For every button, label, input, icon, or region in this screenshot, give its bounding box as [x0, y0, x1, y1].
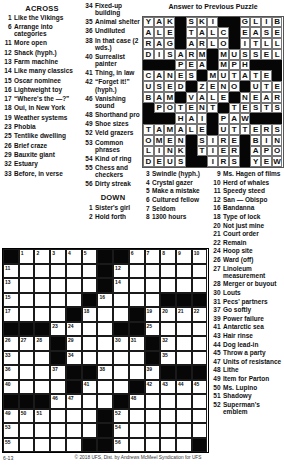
grid-cell[interactable] [113, 380, 129, 395]
grid-cell[interactable] [50, 438, 66, 453]
clue-text: Estuary [14, 160, 82, 167]
answer-letter-cell: U [218, 70, 229, 81]
answer-black-cell [229, 38, 240, 49]
grid-cell[interactable]: 35 [160, 351, 176, 366]
grid-cell[interactable]: 55 [3, 438, 19, 453]
answer-black-cell [186, 81, 197, 92]
grid-cell[interactable] [97, 394, 113, 409]
grid-cell[interactable]: 29 [66, 336, 82, 351]
clue-number: 18 [2, 104, 14, 111]
block-cell [19, 322, 35, 337]
grid-cell[interactable] [192, 351, 208, 366]
answer-letter-cell: A [175, 49, 186, 60]
grid-cell[interactable] [145, 264, 161, 279]
answer-letter-cell: D [175, 81, 186, 92]
grid-cell[interactable]: 5 [82, 249, 98, 264]
grid-cell[interactable] [82, 336, 98, 351]
grid-cell[interactable] [160, 423, 176, 438]
answer-letter-cell: E [261, 49, 272, 60]
grid-cell[interactable] [34, 351, 50, 366]
grid-cell[interactable] [19, 365, 35, 380]
grid-cell[interactable] [145, 394, 161, 409]
clue-item: 49Shoe sizes [85, 120, 141, 127]
grid-cell[interactable] [113, 307, 129, 322]
grid-cell[interactable]: 21 [176, 307, 192, 322]
grid-cell[interactable]: 45 [192, 380, 208, 395]
grid-cell[interactable]: 31 [129, 336, 145, 351]
cell-number: 10 [194, 250, 200, 256]
clue-text: Undiluted [95, 27, 141, 34]
grid-cell[interactable]: 9 [176, 249, 192, 264]
cell-number: 50 [21, 410, 27, 416]
answer-letter-cell: M [164, 124, 175, 135]
grid-cell[interactable] [19, 278, 35, 293]
clue-number: 23 [2, 123, 14, 130]
answer-letter-cell: A [154, 70, 165, 81]
grid-cell[interactable]: 27 [19, 336, 35, 351]
answer-letter-cell: A [197, 27, 208, 38]
answer-letter-cell: T [229, 70, 240, 81]
answer-black-cell [143, 60, 154, 71]
clue-item: 6Arrange into categories [2, 23, 82, 38]
clue-item: 34Fixed-up building [85, 2, 141, 17]
cell-number: 47 [68, 395, 74, 401]
clue-item: 47Units of resistance [211, 358, 284, 365]
clue-number: 40 [85, 53, 95, 68]
cell-number: 32 [162, 337, 168, 343]
clue-text: Bauxite giant [14, 151, 82, 158]
grid-cell[interactable] [66, 293, 82, 308]
grid-cell[interactable] [50, 278, 66, 293]
grid-cell[interactable]: 48 [129, 394, 145, 409]
grid-cell[interactable] [176, 264, 192, 279]
clue-item: 29Bauxite giant [2, 151, 82, 158]
grid-cell[interactable] [192, 322, 208, 337]
grid-cell[interactable]: 14 [113, 278, 129, 293]
block-cell [97, 423, 113, 438]
cell-number: 7 [147, 250, 150, 256]
grid-cell[interactable] [145, 409, 161, 424]
answer-letter-cell: M [197, 49, 208, 60]
block-cell [160, 365, 176, 380]
grid-cell[interactable]: 50 [19, 409, 35, 424]
answer-letter-cell: D [143, 156, 154, 167]
grid-cell[interactable] [160, 394, 176, 409]
clue-item: 4Crystal gazer [142, 179, 202, 186]
answer-black-cell [250, 113, 261, 124]
clue-item: 19Weather systems [2, 114, 82, 121]
clue-number: 3 [142, 170, 152, 177]
clue-text: Before, in verse [14, 170, 82, 177]
grid-cell[interactable] [97, 322, 113, 337]
grid-cell[interactable] [192, 394, 208, 409]
grid-cell[interactable]: 43 [160, 380, 176, 395]
grid-cell[interactable] [66, 264, 82, 279]
answer-letter-cell: S [261, 27, 272, 38]
answer-black-cell [197, 70, 208, 81]
clue-number: 20 [211, 222, 223, 229]
answer-black-cell [229, 27, 240, 38]
clue-text: Like many classics [14, 67, 82, 74]
grid-cell[interactable]: 24 [66, 322, 82, 337]
grid-cell[interactable]: 18 [82, 307, 98, 322]
cell-number: 34 [68, 352, 74, 358]
grid-cell[interactable] [34, 365, 50, 380]
grid-cell[interactable] [66, 438, 82, 453]
answer-letter-cell: S [186, 17, 197, 28]
grid-cell[interactable]: 52 [113, 409, 129, 424]
grid-cell[interactable] [129, 351, 145, 366]
grid-cell[interactable] [19, 307, 35, 322]
clue-text: Shoe sizes [95, 120, 141, 127]
clue-item: 24Hoop site [211, 247, 284, 254]
grid-cell[interactable] [82, 394, 98, 409]
grid-cell[interactable] [82, 351, 98, 366]
grid-cell[interactable] [113, 351, 129, 366]
grid-cell[interactable]: 56 [113, 438, 129, 453]
answer-letter-cell: S [250, 103, 261, 114]
block-cell [97, 438, 113, 453]
cell-number: 39 [147, 366, 153, 372]
grid-cell[interactable] [160, 278, 176, 293]
grid-cell[interactable] [129, 409, 145, 424]
answer-letter-cell: H [175, 113, 186, 124]
block-cell [97, 264, 113, 279]
block-cell [82, 293, 98, 308]
block-cell [97, 278, 113, 293]
cell-number: 21 [178, 308, 184, 314]
grid-cell[interactable]: 32 [160, 336, 176, 351]
grid-cell[interactable] [50, 293, 66, 308]
grid-cell[interactable] [145, 293, 161, 308]
grid-cell[interactable] [192, 264, 208, 279]
answer-letter-cell: E [186, 103, 197, 114]
grid-cell[interactable]: 39 [145, 365, 161, 380]
grid-cell[interactable]: 26 [3, 336, 19, 351]
grid-cell[interactable]: 20 [160, 307, 176, 322]
clue-number: 9 [211, 170, 223, 177]
clue-number: 41 [85, 69, 95, 76]
grid-cell[interactable]: 30 [113, 336, 129, 351]
grid-cell[interactable]: 36 [3, 365, 19, 380]
answer-letter-cell: T [186, 27, 197, 38]
answer-letter-cell: M [218, 49, 229, 60]
clue-number: 26 [211, 256, 223, 263]
clue-text: Thing, in law [95, 69, 141, 76]
grid-cell[interactable] [176, 394, 192, 409]
answer-letter-cell: I [154, 146, 165, 157]
clue-number: 46 [85, 95, 95, 110]
clue-item: 50Ms. Lupino [211, 384, 284, 391]
clue-number: 1 [2, 14, 14, 21]
grid-cell[interactable] [129, 264, 145, 279]
clue-number: 50 [211, 384, 223, 391]
grid-cell[interactable]: 13 [3, 278, 19, 293]
grid-cell[interactable] [19, 438, 35, 453]
grid-cell[interactable]: 6 [129, 249, 145, 264]
grid-cell[interactable] [129, 365, 145, 380]
clue-number: 28 [211, 280, 223, 287]
answer-letter-cell: U [250, 81, 261, 92]
clue-item: 32Estuary [2, 160, 82, 167]
answer-black-cell [229, 92, 240, 103]
grid-cell[interactable] [113, 293, 129, 308]
grid-cell[interactable] [34, 264, 50, 279]
grid-cell[interactable]: 42 [145, 380, 161, 395]
clue-number: 55 [85, 164, 95, 179]
clue-text: Arrange into categories [14, 23, 82, 38]
clue-number: 22 [211, 239, 223, 246]
grid-cell[interactable] [97, 336, 113, 351]
grid-cell[interactable]: 47 [66, 394, 82, 409]
block-cell [113, 322, 129, 337]
grid-cell[interactable] [97, 380, 113, 395]
grid-cell[interactable]: 40 [3, 380, 19, 395]
grid-cell[interactable]: 34 [66, 351, 82, 366]
grid-cell[interactable]: 11 [3, 264, 19, 279]
grid-cell[interactable] [160, 264, 176, 279]
clue-text: Louts [223, 289, 284, 296]
answer-letter-cell: A [197, 60, 208, 71]
clue-number: 44 [211, 341, 223, 348]
grid-cell[interactable] [97, 351, 113, 366]
grid-cell[interactable] [97, 307, 113, 322]
grid-cell[interactable] [34, 293, 50, 308]
clue-number: 16 [211, 204, 223, 211]
down-clues-col3: 3Swindle (hyph.)4Crystal gazer5Make a mi… [142, 170, 202, 222]
block-cell [192, 293, 208, 308]
grid-cell[interactable] [50, 264, 66, 279]
grid-cell[interactable] [34, 278, 50, 293]
grid-cell[interactable]: 22 [192, 307, 208, 322]
grid-cell[interactable] [82, 278, 98, 293]
answer-letter-cell: P [218, 113, 229, 124]
grid-cell[interactable] [19, 423, 35, 438]
answer-letter-cell: L [186, 124, 197, 135]
answer-letter-cell: G [164, 38, 175, 49]
answer-black-cell [175, 38, 186, 49]
grid-cell[interactable] [34, 307, 50, 322]
grid-cell[interactable] [50, 423, 66, 438]
grid-cell[interactable] [176, 409, 192, 424]
block-cell [145, 336, 161, 351]
grid-cell[interactable] [192, 423, 208, 438]
grid-cell[interactable]: 33 [3, 351, 19, 366]
grid-cell[interactable]: 51 [34, 409, 50, 424]
clue-item: 10Herd of whales [211, 179, 284, 186]
cell-number: 44 [178, 381, 184, 387]
grid-cell[interactable]: 25 [145, 322, 161, 337]
clue-text: Weather systems [14, 114, 82, 121]
grid-cell[interactable]: 37 [50, 365, 66, 380]
grid-cell[interactable]: 38 [97, 365, 113, 380]
answer-letter-cell: R [272, 92, 283, 103]
cell-number: 35 [162, 352, 168, 358]
answer-letter-cell: I [207, 135, 218, 146]
answer-letter-cell: N [164, 146, 175, 157]
answer-grid: YAKSKIGLIBALETALCEASERAGARLOITLLDISARMMU… [142, 16, 284, 169]
grid-cell[interactable] [192, 278, 208, 293]
answer-letter-cell: Z [197, 81, 208, 92]
clue-text: Oscar nominee [14, 77, 82, 84]
grid-cell[interactable] [19, 351, 35, 366]
clue-item: 42“Forget it!” (hyph.) [85, 78, 141, 93]
answer-letter-cell: O [229, 81, 240, 92]
answer-letter-cell: N [272, 135, 283, 146]
grid-cell[interactable] [129, 438, 145, 453]
cell-number: 2 [36, 250, 39, 256]
cell-number: 43 [162, 381, 168, 387]
clue-item: 9Ms. Hagen of films [211, 170, 284, 177]
grid-cell[interactable] [82, 409, 98, 424]
clue-text: Hair rinse [223, 332, 284, 339]
grid-cell[interactable] [129, 278, 145, 293]
across-clues-col1: 1Like the Vikings6Arrange into categorie… [2, 14, 82, 179]
grid-cell[interactable]: 49 [3, 409, 19, 424]
answer-letter-cell: E [175, 70, 186, 81]
grid-cell[interactable]: 8 [160, 249, 176, 264]
answer-black-cell [164, 113, 175, 124]
grid-cell[interactable] [34, 380, 50, 395]
clue-text: Power failure [223, 315, 284, 322]
grid-cell[interactable] [19, 293, 35, 308]
grid-cell[interactable] [160, 409, 176, 424]
answer-letter-cell: S [175, 156, 186, 167]
grid-cell[interactable] [176, 336, 192, 351]
grid-cell[interactable]: 1 [19, 249, 35, 264]
grid-cell[interactable] [66, 278, 82, 293]
grid-cell[interactable]: 41 [82, 380, 98, 395]
grid-cell[interactable]: 17 [3, 307, 19, 322]
grid-cell[interactable] [50, 307, 66, 322]
grid-cell[interactable]: 7 [145, 249, 161, 264]
grid-cell[interactable]: 46 [50, 394, 66, 409]
grid-cell[interactable] [82, 423, 98, 438]
cell-number: 29 [68, 337, 74, 343]
answer-black-cell [229, 17, 240, 28]
clue-number: 32 [2, 160, 14, 167]
grid-cell[interactable] [34, 438, 50, 453]
block-cell [82, 438, 98, 453]
answer-letter-cell: K [175, 146, 186, 157]
clue-text: Dirty streak [95, 180, 141, 187]
grid-cell[interactable]: 15 [3, 293, 19, 308]
clue-number: 43 [211, 332, 223, 339]
main-grid[interactable]: 1234567891011121314151617181920212223242… [2, 248, 209, 453]
grid-cell[interactable] [176, 438, 192, 453]
grid-cell[interactable] [82, 322, 98, 337]
grid-cell[interactable]: 3 [50, 249, 66, 264]
answer-letter-cell: N [218, 81, 229, 92]
clue-number: 47 [211, 358, 223, 365]
grid-cell[interactable] [176, 351, 192, 366]
grid-cell[interactable]: 53 [3, 423, 19, 438]
grid-cell[interactable]: 4 [66, 249, 82, 264]
grid-cell[interactable]: 23 [50, 322, 66, 337]
grid-cell[interactable] [82, 264, 98, 279]
clue-item: 53Common phrases [85, 139, 141, 154]
grid-cell[interactable] [66, 423, 82, 438]
clue-item: 3Swindle (hyph.) [142, 170, 202, 177]
answer-black-cell [261, 113, 272, 124]
grid-cell[interactable] [66, 409, 82, 424]
grid-cell[interactable] [129, 293, 145, 308]
answer-letter-cell: E [164, 135, 175, 146]
grid-cell[interactable] [145, 423, 161, 438]
grid-cell[interactable] [50, 409, 66, 424]
grid-cell[interactable] [176, 322, 192, 337]
clue-text: Herd of whales [223, 179, 284, 186]
grid-cell[interactable] [160, 438, 176, 453]
block-cell [129, 322, 145, 337]
clue-item: 21Court order [211, 230, 284, 237]
clue-number: 36 [85, 27, 95, 34]
clue-text: Brief craze [14, 142, 82, 149]
grid-cell[interactable]: 16 [97, 293, 113, 308]
grid-cell[interactable] [19, 264, 35, 279]
clue-number: 39 [211, 315, 223, 322]
answer-letter-cell: I [261, 17, 272, 28]
grid-cell[interactable]: 10 [192, 249, 208, 264]
clue-text: Item for Parton [223, 375, 284, 382]
answer-black-cell [186, 146, 197, 157]
clue-item: 28Merger or buyout [211, 280, 284, 287]
answer-letter-cell: E [218, 92, 229, 103]
grid-cell[interactable] [145, 278, 161, 293]
clue-text: Throw a party [223, 349, 284, 356]
answer-letter-cell: R [186, 49, 197, 60]
grid-cell[interactable] [19, 380, 35, 395]
answer-letter-cell: T [261, 103, 272, 114]
cell-number: 41 [84, 381, 90, 387]
grid-cell[interactable] [176, 423, 192, 438]
grid-cell[interactable] [176, 278, 192, 293]
cell-number: 54 [115, 424, 121, 430]
grid-cell[interactable] [192, 409, 208, 424]
clue-text: Lightweight toy [14, 86, 82, 93]
answer-letter-cell: E [250, 124, 261, 135]
grid-cell[interactable] [160, 322, 176, 337]
clue-item: 7Seldom [142, 205, 202, 212]
answer-letter-cell: L [207, 38, 218, 49]
grid-cell[interactable]: 28 [34, 336, 50, 351]
answer-letter-cell: T [175, 103, 186, 114]
grid-cell[interactable] [129, 423, 145, 438]
grid-cell[interactable]: 19 [145, 307, 161, 322]
answer-letter-cell: T [229, 103, 240, 114]
answer-letter-cell: R [143, 38, 154, 49]
answer-letter-cell: S [240, 49, 251, 60]
cell-number: 49 [5, 410, 11, 416]
grid-cell[interactable] [145, 438, 161, 453]
answer-letter-cell: A [143, 27, 154, 38]
grid-cell[interactable] [34, 423, 50, 438]
answer-letter-cell: A [154, 124, 165, 135]
answer-letter-cell: O [143, 135, 154, 146]
grid-cell[interactable]: 2 [34, 249, 50, 264]
grid-cell[interactable] [192, 336, 208, 351]
block-cell [3, 394, 19, 409]
clue-text: Fixed-up building [95, 2, 141, 17]
grid-cell[interactable] [50, 380, 66, 395]
answer-letter-cell: L [272, 38, 283, 49]
answer-letter-cell: I [240, 38, 251, 49]
grid-cell[interactable]: 12 [113, 264, 129, 279]
answer-black-cell [175, 92, 186, 103]
grid-cell[interactable] [113, 365, 129, 380]
grid-cell[interactable]: 54 [113, 423, 129, 438]
grid-cell[interactable]: 44 [176, 380, 192, 395]
